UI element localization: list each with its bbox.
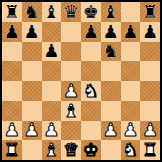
square-d5[interactable] — [61, 61, 81, 81]
square-e5[interactable] — [81, 61, 101, 81]
square-b4[interactable] — [22, 81, 42, 101]
square-a8[interactable]: ♜ — [2, 2, 22, 22]
square-b7[interactable]: ♟ — [22, 22, 42, 42]
white-pawn[interactable]: ♟ — [4, 121, 20, 139]
square-h1[interactable]: ♜ — [140, 140, 160, 160]
square-f1[interactable] — [101, 140, 121, 160]
square-h3[interactable] — [140, 101, 160, 121]
square-h6[interactable] — [140, 42, 160, 62]
square-c5[interactable] — [42, 61, 62, 81]
black-knight[interactable]: ♞ — [103, 42, 119, 60]
square-e4[interactable]: ♞ — [81, 81, 101, 101]
square-a7[interactable]: ♟ — [2, 22, 22, 42]
square-c1[interactable]: ♝ — [42, 140, 62, 160]
square-a5[interactable] — [2, 61, 22, 81]
square-c6[interactable]: ♟ — [42, 42, 62, 62]
square-c4[interactable] — [42, 81, 62, 101]
white-king[interactable]: ♚ — [83, 141, 99, 159]
square-b8[interactable]: ♞ — [22, 2, 42, 22]
square-g8[interactable] — [121, 2, 141, 22]
black-pawn[interactable]: ♟ — [142, 23, 158, 41]
square-c8[interactable]: ♝ — [42, 2, 62, 22]
square-f2[interactable]: ♟ — [101, 121, 121, 141]
black-pawn[interactable]: ♟ — [24, 23, 40, 41]
square-a1[interactable]: ♜ — [2, 140, 22, 160]
square-b3[interactable] — [22, 101, 42, 121]
black-knight[interactable]: ♞ — [24, 3, 40, 21]
square-e6[interactable] — [81, 42, 101, 62]
black-pawn[interactable]: ♟ — [43, 42, 59, 60]
square-e2[interactable] — [81, 121, 101, 141]
square-d1[interactable]: ♛ — [61, 140, 81, 160]
square-b6[interactable] — [22, 42, 42, 62]
white-rook[interactable]: ♜ — [142, 141, 158, 159]
square-c3[interactable] — [42, 101, 62, 121]
square-h8[interactable]: ♜ — [140, 2, 160, 22]
square-f7[interactable]: ♟ — [101, 22, 121, 42]
square-f8[interactable]: ♝ — [101, 2, 121, 22]
black-pawn[interactable]: ♟ — [103, 23, 119, 41]
square-g5[interactable] — [121, 61, 141, 81]
square-e3[interactable] — [81, 101, 101, 121]
black-king[interactable]: ♚ — [83, 3, 99, 21]
white-pawn[interactable]: ♟ — [63, 82, 79, 100]
square-f6[interactable]: ♞ — [101, 42, 121, 62]
black-rook[interactable]: ♜ — [4, 3, 20, 21]
black-pawn[interactable]: ♟ — [122, 23, 138, 41]
square-f3[interactable] — [101, 101, 121, 121]
square-a3[interactable] — [2, 101, 22, 121]
black-queen[interactable]: ♛ — [63, 3, 79, 21]
square-d3[interactable]: ♝ — [61, 101, 81, 121]
square-h7[interactable]: ♟ — [140, 22, 160, 42]
square-g6[interactable] — [121, 42, 141, 62]
white-bishop[interactable]: ♝ — [63, 102, 79, 120]
square-d2[interactable] — [61, 121, 81, 141]
square-b1[interactable] — [22, 140, 42, 160]
black-rook[interactable]: ♜ — [142, 3, 158, 21]
black-bishop[interactable]: ♝ — [43, 3, 59, 21]
square-a2[interactable]: ♟ — [2, 121, 22, 141]
square-e7[interactable]: ♟ — [81, 22, 101, 42]
square-f4[interactable] — [101, 81, 121, 101]
square-b5[interactable] — [22, 61, 42, 81]
square-d4[interactable]: ♟ — [61, 81, 81, 101]
black-bishop[interactable]: ♝ — [103, 3, 119, 21]
square-e8[interactable]: ♚ — [81, 2, 101, 22]
square-g4[interactable] — [121, 81, 141, 101]
square-h5[interactable] — [140, 61, 160, 81]
square-f5[interactable] — [101, 61, 121, 81]
square-d7[interactable] — [61, 22, 81, 42]
square-h4[interactable] — [140, 81, 160, 101]
black-pawn[interactable]: ♟ — [4, 23, 20, 41]
white-rook[interactable]: ♜ — [4, 141, 20, 159]
square-g3[interactable] — [121, 101, 141, 121]
white-pawn[interactable]: ♟ — [122, 121, 138, 139]
square-g1[interactable]: ♞ — [121, 140, 141, 160]
square-d8[interactable]: ♛ — [61, 2, 81, 22]
square-a6[interactable] — [2, 42, 22, 62]
white-pawn[interactable]: ♟ — [103, 121, 119, 139]
square-c7[interactable] — [42, 22, 62, 42]
white-queen[interactable]: ♛ — [63, 141, 79, 159]
square-e1[interactable]: ♚ — [81, 140, 101, 160]
square-h2[interactable]: ♟ — [140, 121, 160, 141]
chess-board: ♜♞♝♛♚♝♜♟♟♟♟♟♟♟♞♟♞♝♟♟♟♟♟♟♜♝♛♚♞♜ — [0, 0, 162, 162]
white-pawn[interactable]: ♟ — [24, 121, 40, 139]
square-b2[interactable]: ♟ — [22, 121, 42, 141]
white-knight[interactable]: ♞ — [83, 82, 99, 100]
black-pawn[interactable]: ♟ — [83, 23, 99, 41]
white-knight[interactable]: ♞ — [122, 141, 138, 159]
square-g7[interactable]: ♟ — [121, 22, 141, 42]
square-g2[interactable]: ♟ — [121, 121, 141, 141]
square-a4[interactable] — [2, 81, 22, 101]
square-c2[interactable]: ♟ — [42, 121, 62, 141]
white-pawn[interactable]: ♟ — [43, 121, 59, 139]
white-bishop[interactable]: ♝ — [43, 141, 59, 159]
white-pawn[interactable]: ♟ — [142, 121, 158, 139]
square-d6[interactable] — [61, 42, 81, 62]
